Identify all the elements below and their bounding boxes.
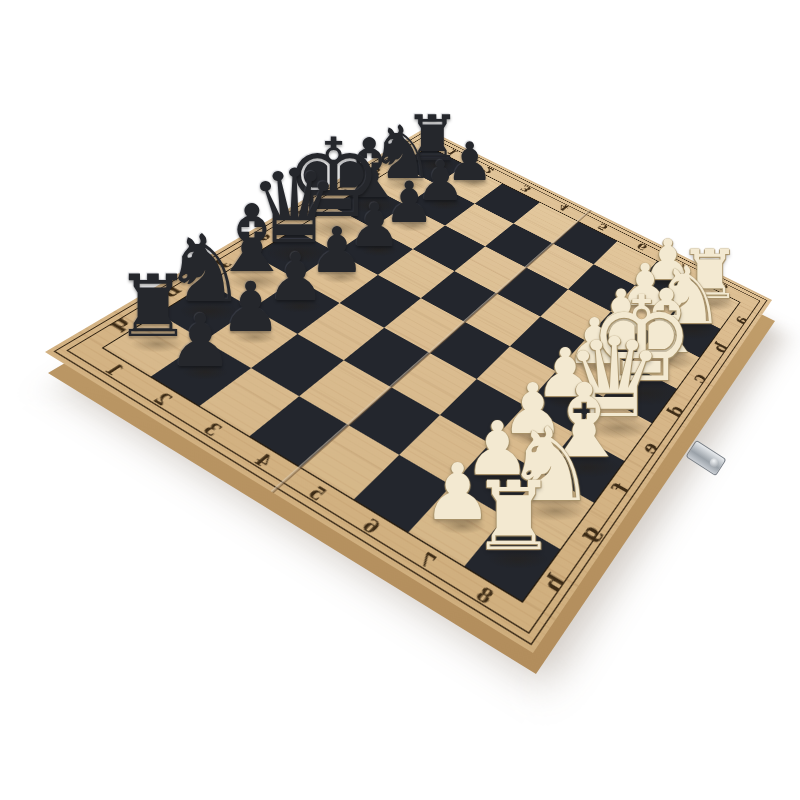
piece-white-q-e8: ♛	[565, 323, 664, 433]
piece-shadow	[654, 278, 689, 289]
piece-black-k-d1: ♚	[285, 124, 383, 233]
piece-black-p-c2: ♟	[383, 174, 434, 231]
piece-white-p-f7: ♟	[502, 374, 565, 444]
piece-shadow	[579, 361, 618, 374]
piece-black-n-g1: ♞	[163, 223, 246, 316]
piece-shadow	[643, 352, 698, 370]
piece-shadow	[322, 270, 361, 283]
piece-shadow	[457, 178, 490, 189]
piece-shadow	[488, 549, 547, 568]
piece-shadow	[233, 330, 276, 344]
piece-shadow	[279, 299, 320, 312]
piece-black-p-h2: ♟	[168, 304, 233, 377]
piece-white-p-a7: ♟	[643, 232, 693, 288]
piece-shadow	[182, 365, 227, 380]
piece-white-p-h7: ♟	[423, 453, 493, 531]
piece-white-k-d8: ♚	[589, 280, 695, 398]
piece-white-b-c8: ♝	[627, 278, 706, 366]
piece-shadow	[267, 243, 330, 263]
piece-shadow	[631, 303, 667, 315]
piece-white-r-h8: ♜	[471, 469, 556, 564]
piece-white-n-b8: ♞	[653, 256, 725, 336]
piece-black-r-a1: ♜	[404, 107, 460, 170]
piece-shadow	[523, 501, 586, 521]
piece-shadow	[516, 432, 559, 446]
piece-white-r-a8: ♜	[679, 241, 740, 309]
piece-shadow	[304, 217, 372, 239]
piece-shadow	[360, 244, 397, 256]
piece-shadow	[227, 271, 285, 290]
piece-shadow	[395, 221, 430, 232]
piece-shadow	[478, 472, 524, 487]
piece-shadow	[668, 323, 718, 339]
piece-white-p-d7: ♟	[566, 310, 622, 373]
piece-shadow	[131, 336, 184, 353]
piece-shadow	[438, 518, 486, 534]
piece-white-p-g7: ♟	[464, 411, 530, 485]
piece-black-p-f2: ♟	[266, 245, 325, 311]
piece-white-p-e7: ♟	[535, 340, 595, 407]
piece-black-p-e2: ♟	[309, 219, 365, 282]
piece-shadow	[428, 198, 462, 209]
chess-set-photo: 11aa22bb33cc44dd55ee66ff77gg88hh ♜♟♞♟♝♟♚…	[0, 0, 800, 800]
piece-white-b-f8: ♝	[538, 370, 629, 472]
piece-white-p-c7: ♟	[594, 281, 649, 342]
piece-white-n-g8: ♞	[505, 414, 596, 516]
pieces-layer: ♜♟♞♟♝♟♚♟♛♟♝♟♜♟♟♞♞♟♟♜♝♟♟♚♟♛♟♝♟♞♟♜	[0, 0, 800, 800]
piece-black-p-d2: ♟	[348, 195, 402, 255]
piece-black-b-c1: ♝	[332, 128, 406, 210]
piece-black-p-g2: ♟	[220, 273, 282, 342]
piece-black-n-b1: ♞	[369, 115, 435, 189]
piece-shadow	[548, 395, 590, 408]
piece-shadow	[557, 457, 620, 477]
piece-black-b-f1: ♝	[210, 193, 293, 286]
piece-shadow	[606, 331, 644, 343]
piece-white-p-b7: ♟	[619, 256, 671, 314]
piece-black-q-e1: ♛	[249, 156, 340, 258]
piece-shadow	[609, 381, 682, 405]
piece-shadow	[348, 197, 399, 213]
piece-black-p-b2: ♟	[416, 154, 465, 209]
piece-shadow	[417, 158, 456, 171]
piece-shadow	[383, 177, 429, 192]
piece-shadow	[584, 417, 652, 439]
piece-black-p-a2: ♟	[446, 135, 494, 188]
piece-black-r-h1: ♜	[115, 263, 192, 349]
piece-shadow	[180, 301, 238, 320]
piece-shadow	[693, 297, 735, 311]
